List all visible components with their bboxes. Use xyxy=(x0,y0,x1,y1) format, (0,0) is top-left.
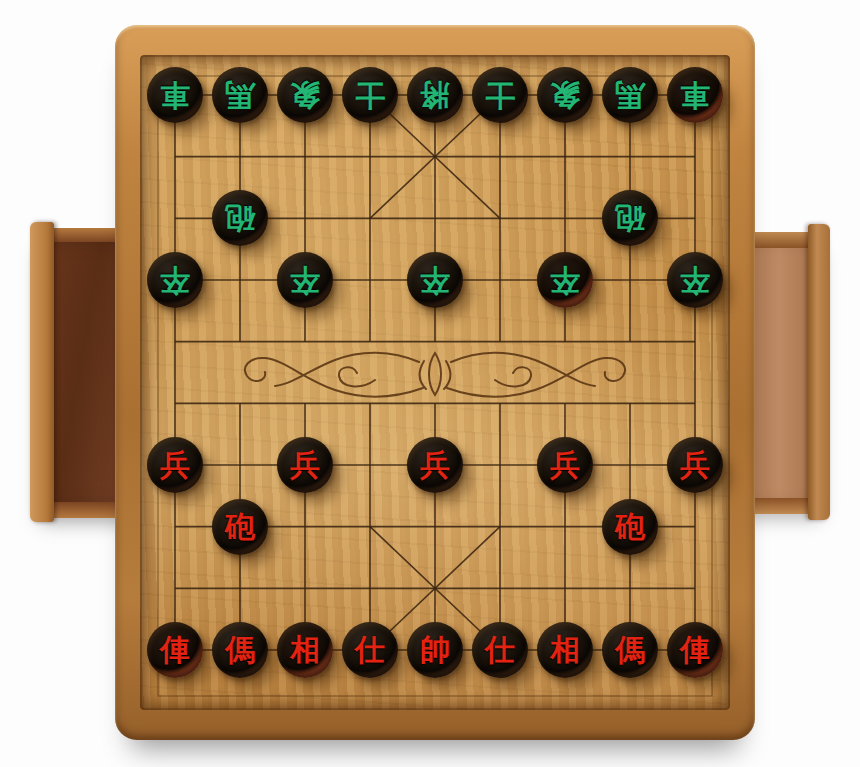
piece-red-soldier[interactable]: 兵 xyxy=(667,437,723,493)
piece-red-advisor[interactable]: 仕 xyxy=(472,622,528,678)
piece-red-elephant[interactable]: 相 xyxy=(277,622,333,678)
piece-glyph: 仕 xyxy=(485,635,515,665)
piece-red-horse[interactable]: 傌 xyxy=(602,622,658,678)
xiangqi-set-photo: 車馬象士將士象馬車砲砲卒卒卒卒卒兵兵兵兵兵砲砲俥傌相仕帥仕相傌俥 xyxy=(0,0,860,767)
piece-glyph: 卒 xyxy=(290,265,320,295)
piece-red-advisor[interactable]: 仕 xyxy=(342,622,398,678)
piece-glyph: 卒 xyxy=(420,265,450,295)
piece-glyph: 卒 xyxy=(680,265,710,295)
piece-green-soldier[interactable]: 卒 xyxy=(667,252,723,308)
piece-red-general[interactable]: 帥 xyxy=(407,622,463,678)
piece-green-cannon[interactable]: 砲 xyxy=(212,190,268,246)
piece-glyph: 傌 xyxy=(615,635,645,665)
piece-glyph: 相 xyxy=(290,635,320,665)
left-drawer-rail[interactable] xyxy=(30,222,54,522)
piece-green-soldier[interactable]: 卒 xyxy=(277,252,333,308)
piece-red-soldier[interactable]: 兵 xyxy=(537,437,593,493)
piece-glyph: 兵 xyxy=(550,450,580,480)
piece-glyph: 砲 xyxy=(225,203,255,233)
piece-glyph: 士 xyxy=(485,80,515,110)
piece-glyph: 俥 xyxy=(680,635,710,665)
piece-glyph: 卒 xyxy=(160,265,190,295)
piece-glyph: 象 xyxy=(550,80,580,110)
piece-red-cannon[interactable]: 砲 xyxy=(602,499,658,555)
piece-glyph: 仕 xyxy=(355,635,385,665)
piece-glyph: 兵 xyxy=(290,450,320,480)
piece-glyph: 傌 xyxy=(225,635,255,665)
piece-red-chariot[interactable]: 俥 xyxy=(147,622,203,678)
piece-green-horse[interactable]: 馬 xyxy=(212,67,268,123)
piece-green-advisor[interactable]: 士 xyxy=(342,67,398,123)
piece-glyph: 馬 xyxy=(615,80,645,110)
piece-red-soldier[interactable]: 兵 xyxy=(147,437,203,493)
piece-glyph: 俥 xyxy=(160,635,190,665)
piece-green-cannon[interactable]: 砲 xyxy=(602,190,658,246)
piece-glyph: 馬 xyxy=(225,80,255,110)
piece-green-general[interactable]: 將 xyxy=(407,67,463,123)
piece-glyph: 象 xyxy=(290,80,320,110)
piece-green-soldier[interactable]: 卒 xyxy=(147,252,203,308)
piece-glyph: 士 xyxy=(355,80,385,110)
piece-green-soldier[interactable]: 卒 xyxy=(537,252,593,308)
piece-glyph: 砲 xyxy=(225,512,255,542)
piece-glyph: 兵 xyxy=(160,450,190,480)
piece-glyph: 兵 xyxy=(680,450,710,480)
piece-glyph: 帥 xyxy=(420,635,450,665)
piece-glyph: 兵 xyxy=(420,450,450,480)
piece-red-elephant[interactable]: 相 xyxy=(537,622,593,678)
piece-green-soldier[interactable]: 卒 xyxy=(407,252,463,308)
piece-red-soldier[interactable]: 兵 xyxy=(277,437,333,493)
piece-grid: 車馬象士將士象馬車砲砲卒卒卒卒卒兵兵兵兵兵砲砲俥傌相仕帥仕相傌俥 xyxy=(143,64,728,681)
piece-green-elephant[interactable]: 象 xyxy=(277,67,333,123)
piece-green-chariot[interactable]: 車 xyxy=(667,67,723,123)
right-drawer-rail[interactable] xyxy=(808,224,830,520)
piece-red-cannon[interactable]: 砲 xyxy=(212,499,268,555)
piece-glyph: 車 xyxy=(680,80,710,110)
piece-glyph: 砲 xyxy=(615,203,645,233)
piece-green-elephant[interactable]: 象 xyxy=(537,67,593,123)
piece-green-horse[interactable]: 馬 xyxy=(602,67,658,123)
piece-red-horse[interactable]: 傌 xyxy=(212,622,268,678)
piece-red-chariot[interactable]: 俥 xyxy=(667,622,723,678)
piece-red-soldier[interactable]: 兵 xyxy=(407,437,463,493)
piece-glyph: 砲 xyxy=(615,512,645,542)
piece-glyph: 將 xyxy=(420,80,450,110)
piece-glyph: 相 xyxy=(550,635,580,665)
piece-glyph: 卒 xyxy=(550,265,580,295)
piece-glyph: 車 xyxy=(160,80,190,110)
piece-green-chariot[interactable]: 車 xyxy=(147,67,203,123)
piece-green-advisor[interactable]: 士 xyxy=(472,67,528,123)
